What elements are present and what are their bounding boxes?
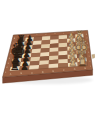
board-square <box>42 36 51 41</box>
coordinate-file-label: G <box>74 68 76 71</box>
board-square <box>33 40 42 45</box>
board-square <box>59 39 68 44</box>
board-square <box>49 51 58 56</box>
board-square <box>40 52 49 57</box>
chess-set-photo: AA88BB77CC66DD55EE44FF33GG22HH11♜♟♟♜♞♟♟♞… <box>0 0 95 126</box>
coordinate-file-label: F <box>63 32 64 34</box>
clasp <box>92 54 95 58</box>
board-square <box>32 49 41 54</box>
chess-piece-wp: ♟ <box>69 57 77 68</box>
board-square <box>33 36 42 41</box>
board-square <box>58 55 67 60</box>
chess-piece-bp: ♟ <box>20 61 28 72</box>
board-square <box>41 40 50 45</box>
board-square <box>41 48 50 53</box>
board-square <box>50 43 59 48</box>
board-square <box>40 56 50 61</box>
board-square <box>41 44 50 49</box>
board-square <box>59 35 67 40</box>
board-square <box>50 47 59 52</box>
chess-piece-wr: ♜ <box>77 55 87 69</box>
board-square <box>59 43 68 48</box>
board-square <box>31 53 41 58</box>
board-square <box>39 60 49 65</box>
board-square <box>58 59 68 64</box>
coordinate-file-label: D <box>42 71 44 74</box>
board-square <box>58 51 67 56</box>
chess-board: AA88BB77CC66DD55EE44FF33GG22HH11♜♟♟♜♞♟♟♞… <box>0 0 95 126</box>
board-square <box>49 60 59 65</box>
board-square <box>50 39 59 44</box>
board-square <box>30 61 40 66</box>
board-square <box>30 57 40 62</box>
board-square <box>49 55 58 60</box>
chess-piece-br: ♜ <box>10 59 20 73</box>
board-svg: AA88BB77CC66DD55EE44FF33GG22HH11♜♟♟♜♞♟♟♞… <box>0 0 95 126</box>
board-square <box>50 35 58 40</box>
board-square <box>32 45 41 50</box>
board-square <box>59 47 68 52</box>
